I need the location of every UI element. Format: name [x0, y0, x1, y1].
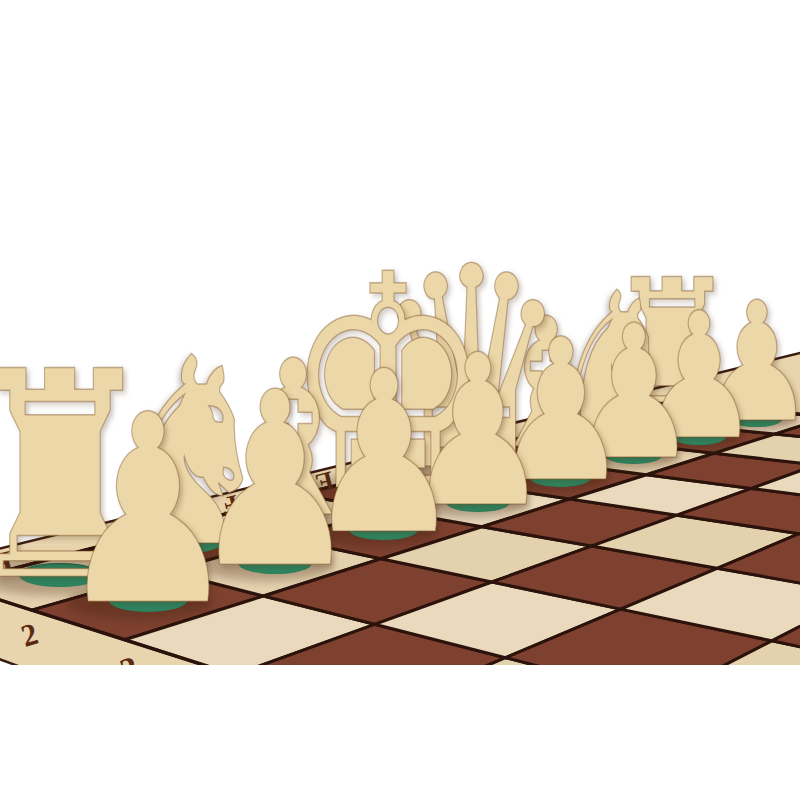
photo-canvas: HGFEDCBA12345678 ♜♞♝♚♛♝♞♜♟♟♟♟♟♟♟♟: [0, 0, 800, 800]
chessboard-photo-scene: HGFEDCBA12345678 ♜♞♝♚♛♝♞♜♟♟♟♟♟♟♟♟: [0, 0, 800, 665]
chess-board: HGFEDCBA12345678: [0, 0, 800, 665]
